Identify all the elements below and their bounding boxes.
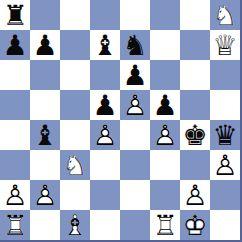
white-king-outline: ♔ bbox=[180, 211, 210, 241]
piece-white-knight: ♞♘ bbox=[210, 0, 240, 30]
square-c7[interactable] bbox=[60, 30, 90, 60]
square-g7[interactable] bbox=[180, 30, 210, 60]
square-a4[interactable] bbox=[0, 120, 30, 150]
piece-white-pawn: ♟♙ bbox=[90, 120, 120, 150]
square-h1[interactable] bbox=[210, 210, 240, 240]
square-f8[interactable] bbox=[150, 0, 180, 30]
piece-white-pawn: ♟♙ bbox=[150, 120, 180, 150]
square-e3[interactable] bbox=[120, 150, 150, 180]
white-pawn-outline: ♙ bbox=[210, 151, 240, 181]
white-pawn-outline: ♙ bbox=[0, 181, 30, 211]
piece-white-pawn: ♟♙ bbox=[0, 180, 30, 210]
piece-white-pawn: ♟♙ bbox=[210, 150, 240, 180]
square-h7[interactable]: ♛♕ bbox=[210, 30, 240, 60]
white-queen-outline: ♕ bbox=[210, 31, 240, 61]
white-pawn-outline: ♙ bbox=[30, 181, 60, 211]
square-d4[interactable]: ♟♙ bbox=[90, 120, 120, 150]
piece-white-queen: ♛♕ bbox=[210, 30, 240, 60]
black-king-glyph: ♚ bbox=[180, 121, 210, 151]
square-d7[interactable]: ♝ bbox=[90, 30, 120, 60]
piece-black-king: ♚ bbox=[180, 120, 210, 150]
piece-white-bishop: ♝♗ bbox=[60, 210, 90, 240]
white-knight-outline: ♘ bbox=[60, 151, 90, 181]
piece-black-knight: ♞ bbox=[120, 30, 150, 60]
square-d1[interactable] bbox=[90, 210, 120, 240]
black-rook-glyph: ♜ bbox=[0, 1, 30, 31]
square-b4[interactable]: ♝ bbox=[30, 120, 60, 150]
square-c5[interactable] bbox=[60, 90, 90, 120]
square-c4[interactable] bbox=[60, 120, 90, 150]
piece-white-knight: ♞♘ bbox=[60, 150, 90, 180]
black-bishop-glyph: ♝ bbox=[90, 31, 120, 61]
square-a3[interactable] bbox=[0, 150, 30, 180]
square-d2[interactable] bbox=[90, 180, 120, 210]
square-g6[interactable] bbox=[180, 60, 210, 90]
piece-black-pawn: ♟ bbox=[150, 90, 180, 120]
square-f5[interactable]: ♟ bbox=[150, 90, 180, 120]
square-c2[interactable] bbox=[60, 180, 90, 210]
square-f2[interactable] bbox=[150, 180, 180, 210]
white-rook-outline: ♖ bbox=[0, 211, 30, 241]
piece-white-pawn: ♟♙ bbox=[120, 90, 150, 120]
square-h6[interactable] bbox=[210, 60, 240, 90]
square-g8[interactable] bbox=[180, 0, 210, 30]
black-knight-glyph: ♞ bbox=[120, 31, 150, 61]
square-d3[interactable] bbox=[90, 150, 120, 180]
square-f1[interactable]: ♜♖ bbox=[150, 210, 180, 240]
square-g1[interactable]: ♚♔ bbox=[180, 210, 210, 240]
black-pawn-glyph: ♟ bbox=[150, 91, 180, 121]
square-h2[interactable] bbox=[210, 180, 240, 210]
piece-white-rook: ♜♖ bbox=[150, 210, 180, 240]
square-f3[interactable] bbox=[150, 150, 180, 180]
square-a1[interactable]: ♜♖ bbox=[0, 210, 30, 240]
square-e5[interactable]: ♟♙ bbox=[120, 90, 150, 120]
square-c3[interactable]: ♞♘ bbox=[60, 150, 90, 180]
square-b6[interactable] bbox=[30, 60, 60, 90]
square-d6[interactable] bbox=[90, 60, 120, 90]
square-g4[interactable]: ♚ bbox=[180, 120, 210, 150]
square-a6[interactable] bbox=[0, 60, 30, 90]
square-h4[interactable]: ♛ bbox=[210, 120, 240, 150]
black-queen-glyph: ♛ bbox=[210, 121, 240, 151]
square-b2[interactable]: ♟♙ bbox=[30, 180, 60, 210]
piece-white-rook: ♜♖ bbox=[0, 210, 30, 240]
piece-white-king: ♚♔ bbox=[180, 210, 210, 240]
white-pawn-outline: ♙ bbox=[150, 121, 180, 151]
square-a7[interactable]: ♟ bbox=[0, 30, 30, 60]
square-a2[interactable]: ♟♙ bbox=[0, 180, 30, 210]
square-d8[interactable] bbox=[90, 0, 120, 30]
square-g5[interactable] bbox=[180, 90, 210, 120]
square-e6[interactable]: ♟ bbox=[120, 60, 150, 90]
square-b5[interactable] bbox=[30, 90, 60, 120]
square-h8[interactable]: ♞♘ bbox=[210, 0, 240, 30]
white-pawn-outline: ♙ bbox=[180, 181, 210, 211]
piece-black-rook: ♜ bbox=[0, 0, 30, 30]
square-c6[interactable] bbox=[60, 60, 90, 90]
black-bishop-glyph: ♝ bbox=[30, 121, 60, 151]
square-b1[interactable] bbox=[30, 210, 60, 240]
square-b3[interactable] bbox=[30, 150, 60, 180]
white-pawn-outline: ♙ bbox=[120, 91, 150, 121]
piece-black-bishop: ♝ bbox=[30, 120, 60, 150]
white-knight-outline: ♘ bbox=[210, 1, 240, 31]
square-h3[interactable]: ♟♙ bbox=[210, 150, 240, 180]
white-pawn-outline: ♙ bbox=[90, 121, 120, 151]
square-b8[interactable] bbox=[30, 0, 60, 30]
square-b7[interactable]: ♟ bbox=[30, 30, 60, 60]
piece-black-pawn: ♟ bbox=[120, 60, 150, 90]
white-rook-outline: ♖ bbox=[150, 211, 180, 241]
chess-board: ♜♞♘♟♟♝♞♛♕♟♟♟♙♟♝♟♙♟♙♚♛♞♘♟♙♟♙♟♙♟♙♜♖♝♗♜♖♚♔ bbox=[0, 0, 242, 242]
square-e4[interactable] bbox=[120, 120, 150, 150]
square-a8[interactable]: ♜ bbox=[0, 0, 30, 30]
square-f6[interactable] bbox=[150, 60, 180, 90]
square-f4[interactable]: ♟♙ bbox=[150, 120, 180, 150]
piece-black-queen: ♛ bbox=[210, 120, 240, 150]
black-pawn-glyph: ♟ bbox=[30, 31, 60, 61]
square-g2[interactable]: ♟♙ bbox=[180, 180, 210, 210]
square-h5[interactable] bbox=[210, 90, 240, 120]
black-pawn-glyph: ♟ bbox=[120, 61, 150, 91]
square-e7[interactable]: ♞ bbox=[120, 30, 150, 60]
square-g3[interactable] bbox=[180, 150, 210, 180]
square-e1[interactable] bbox=[120, 210, 150, 240]
piece-black-pawn: ♟ bbox=[90, 90, 120, 120]
square-e8[interactable] bbox=[120, 0, 150, 30]
piece-black-pawn: ♟ bbox=[30, 30, 60, 60]
square-e2[interactable] bbox=[120, 180, 150, 210]
square-f7[interactable] bbox=[150, 30, 180, 60]
black-pawn-glyph: ♟ bbox=[0, 31, 30, 61]
piece-white-pawn: ♟♙ bbox=[30, 180, 60, 210]
white-bishop-outline: ♗ bbox=[60, 211, 90, 241]
black-pawn-glyph: ♟ bbox=[90, 91, 120, 121]
square-a5[interactable] bbox=[0, 90, 30, 120]
piece-black-bishop: ♝ bbox=[90, 30, 120, 60]
square-d5[interactable]: ♟ bbox=[90, 90, 120, 120]
square-c1[interactable]: ♝♗ bbox=[60, 210, 90, 240]
piece-black-pawn: ♟ bbox=[0, 30, 30, 60]
square-c8[interactable] bbox=[60, 0, 90, 30]
piece-white-pawn: ♟♙ bbox=[180, 180, 210, 210]
